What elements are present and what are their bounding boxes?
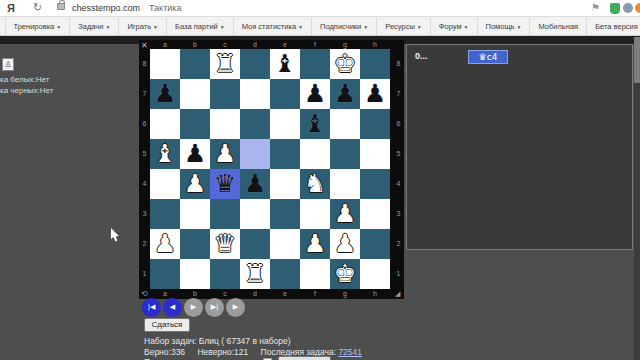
menu-item-4[interactable]: База партий▼	[167, 18, 234, 35]
file-label-a-bottom: a	[150, 290, 180, 297]
square-h7[interactable]: ♟	[360, 79, 390, 109]
piece-white-rook: ♜	[240, 259, 270, 289]
square-e2[interactable]	[270, 229, 300, 259]
piece-white-pawn: ♟	[210, 139, 240, 169]
square-g8[interactable]: ♚	[330, 49, 360, 79]
square-g6[interactable]	[330, 109, 360, 139]
square-h3[interactable]	[360, 199, 390, 229]
chevron-down-icon: ▼	[298, 24, 303, 30]
rank-label-6-right: 6	[394, 120, 403, 127]
piece-black-king: ♚	[330, 49, 360, 79]
menu-item-7[interactable]: Ресурсы▼	[377, 18, 431, 35]
square-a3[interactable]	[150, 199, 180, 229]
chevron-down-icon: ▼	[464, 24, 469, 30]
menu-item-6[interactable]: Подписчики▼	[312, 18, 377, 35]
file-label-g-bottom: g	[330, 290, 360, 297]
menu-item-8[interactable]: Форум▼	[431, 18, 478, 35]
move-square-text: c4	[487, 52, 498, 62]
square-b1[interactable]	[180, 259, 210, 289]
clear-session-button[interactable]: Очистить	[278, 356, 331, 360]
chevron-down-icon: ▼	[363, 24, 368, 30]
square-d2[interactable]	[240, 229, 270, 259]
square-e8[interactable]: ♝	[270, 49, 300, 79]
square-d1[interactable]: ♜	[240, 259, 270, 289]
square-h2[interactable]	[360, 229, 390, 259]
square-f4[interactable]: ♞	[300, 169, 330, 199]
square-a4[interactable]	[150, 169, 180, 199]
piece-white-king: ♚	[330, 259, 360, 289]
move-list-panel: 0... ♛c4	[406, 44, 633, 250]
rank-label-8-left: 8	[140, 60, 149, 67]
rank-label-4-left: 4	[140, 180, 149, 187]
chess-board: ✕ ⟲ ◢ ♜♝♚♟♟♟♟♝♝♟♟♟♛♟♞♟♟♛♟♟♜♚ aabbccddeef…	[139, 40, 404, 299]
square-b3[interactable]	[180, 199, 210, 229]
square-g5[interactable]	[330, 139, 360, 169]
piece-black-pawn: ♟	[300, 79, 330, 109]
nav-forward-button[interactable]: ▶	[184, 298, 203, 317]
rank-label-4-right: 4	[394, 180, 403, 187]
file-label-a-top: a	[150, 41, 180, 48]
square-e4[interactable]	[270, 169, 300, 199]
square-f1[interactable]	[300, 259, 330, 289]
site-menu-bar: внуюТренировка▼Задачи▼Играть▼База партий…	[0, 17, 640, 36]
square-g1[interactable]: ♚	[330, 259, 360, 289]
session-view-line: Посмотреть задачи в сессии Очистить	[144, 356, 331, 360]
last-problem-link[interactable]: 72541	[338, 347, 362, 357]
square-a6[interactable]	[150, 109, 180, 139]
move-number-label: 0...	[415, 51, 428, 61]
address-bar-page-title[interactable]: Тактика	[149, 3, 181, 13]
rank-label-3-left: 3	[140, 210, 149, 217]
castling-white-label: ка белых:Нет	[0, 75, 49, 84]
chevron-down-icon: ▼	[220, 24, 225, 30]
address-bar-host[interactable]: chesstempo.com	[72, 3, 140, 13]
piece-white-rook: ♜	[210, 49, 240, 79]
menu-item-10[interactable]: Мобильная	[530, 18, 587, 35]
square-c5[interactable]: ♟	[210, 139, 240, 169]
castling-black-label: ка черных:Нет	[0, 86, 53, 95]
square-h4[interactable]	[360, 169, 390, 199]
piece-black-pawn: ♟	[330, 79, 360, 109]
rank-label-5-left: 5	[140, 150, 149, 157]
file-label-f-bottom: f	[300, 290, 330, 297]
square-c7[interactable]	[210, 79, 240, 109]
square-d7[interactable]	[240, 79, 270, 109]
menu-item-11[interactable]: Бета версия	[587, 18, 640, 35]
square-a2[interactable]: ♟	[150, 229, 180, 259]
piece-white-bishop: ♝	[150, 139, 180, 169]
close-board-icon[interactable]: ✕	[141, 41, 148, 50]
rank-label-1-right: 1	[394, 270, 403, 277]
square-d8[interactable]	[240, 49, 270, 79]
piece-black-pawn: ♟	[180, 139, 210, 169]
file-label-e-bottom: e	[270, 290, 300, 297]
piece-black-pawn: ♟	[240, 169, 270, 199]
shield-icon[interactable]	[610, 3, 620, 14]
square-a7[interactable]: ♟	[150, 79, 180, 109]
file-label-c-top: c	[210, 41, 240, 48]
square-c3[interactable]	[210, 199, 240, 229]
piece-white-pawn: ♟	[180, 169, 210, 199]
rank-label-6-left: 6	[140, 120, 149, 127]
square-d3[interactable]	[240, 199, 270, 229]
file-label-g-top: g	[330, 41, 360, 48]
piece-black-bishop: ♝	[300, 109, 330, 139]
square-b8[interactable]	[180, 49, 210, 79]
file-label-h-top: h	[360, 41, 390, 48]
rank-label-7-right: 7	[394, 90, 403, 97]
square-c2[interactable]: ♛	[210, 229, 240, 259]
file-label-c-bottom: c	[210, 290, 240, 297]
chevron-down-icon: ▼	[517, 24, 522, 30]
menu-item-1[interactable]: Тренировка▼	[6, 18, 71, 35]
resign-button[interactable]: Сдаться	[144, 318, 190, 332]
square-e5[interactable]	[270, 139, 300, 169]
file-label-b-top: b	[180, 41, 210, 48]
piece-black-pawn: ♟	[150, 79, 180, 109]
square-c6[interactable]	[210, 109, 240, 139]
browser-bar: Я ↻ chesstempo.com Тактика ⚑	[0, 0, 640, 17]
flip-board-icon[interactable]: ⟲	[141, 289, 148, 298]
nav-play-button[interactable]: ▶	[226, 298, 245, 317]
square-h5[interactable]	[360, 139, 390, 169]
piece-white-knight: ♞	[300, 169, 330, 199]
square-f6[interactable]: ♝	[300, 109, 330, 139]
square-e1[interactable]	[270, 259, 300, 289]
square-g4[interactable]	[330, 169, 360, 199]
file-label-f-top: f	[300, 41, 330, 48]
square-e7[interactable]	[270, 79, 300, 109]
piece-black-queen: ♛	[210, 169, 240, 199]
rank-label-2-left: 2	[140, 240, 149, 247]
chevron-down-icon: ▼	[153, 24, 158, 30]
panel-icon: ♙	[2, 58, 14, 71]
menu-item-5[interactable]: Моя статистика▼	[234, 18, 312, 35]
yandex-logo[interactable]: Я	[7, 2, 15, 14]
square-e6[interactable]	[270, 109, 300, 139]
nav-last-button[interactable]: ▶|	[205, 298, 224, 317]
rank-label-2-right: 2	[394, 240, 403, 247]
file-label-e-top: e	[270, 41, 300, 48]
chevron-down-icon: ▼	[56, 24, 61, 30]
square-c1[interactable]	[210, 259, 240, 289]
problem-set-line: Набор задач: Блиц ( 67347 в наборе)	[144, 336, 291, 346]
square-f7[interactable]: ♟	[300, 79, 330, 109]
square-g3[interactable]: ♟	[330, 199, 360, 229]
rank-label-7-left: 7	[140, 90, 149, 97]
lock-icon	[57, 3, 65, 10]
square-a1[interactable]	[150, 259, 180, 289]
page-scrollbar[interactable]	[634, 37, 640, 360]
piece-white-pawn: ♟	[150, 229, 180, 259]
rank-label-8-right: 8	[394, 60, 403, 67]
rank-label-5-right: 5	[394, 150, 403, 157]
refresh-icon[interactable]: ↻	[33, 1, 42, 14]
square-e3[interactable]	[270, 199, 300, 229]
square-g2[interactable]: ♟	[330, 229, 360, 259]
menu-item-3[interactable]: Играть▼	[119, 18, 167, 35]
square-a5[interactable]: ♝	[150, 139, 180, 169]
piece-white-pawn: ♟	[330, 229, 360, 259]
nav-first-button[interactable]: |◀	[142, 298, 161, 317]
square-b4[interactable]: ♟	[180, 169, 210, 199]
move-cell-qc4[interactable]: ♛c4	[468, 50, 508, 64]
profile-icon[interactable]	[635, 3, 640, 13]
extension-icon[interactable]	[623, 3, 633, 13]
black-queen-figurine: ♛	[479, 52, 487, 62]
square-c4[interactable]: ♛	[210, 169, 240, 199]
bookmark-flag-icon[interactable]: ⚑	[591, 2, 600, 13]
square-d5[interactable]	[240, 139, 270, 169]
piece-black-pawn: ♟	[360, 79, 390, 109]
board-resize-handle[interactable]: ◢	[395, 290, 400, 298]
board-squares: ♜♝♚♟♟♟♟♝♝♟♟♟♛♟♞♟♟♛♟♟♜♚	[150, 49, 390, 289]
square-c8[interactable]: ♜	[210, 49, 240, 79]
chevron-down-icon: ▼	[417, 24, 422, 30]
mouse-cursor	[111, 228, 120, 242]
nav-back-button[interactable]: ◀	[163, 298, 182, 317]
menu-item-2[interactable]: Задачи▼	[70, 18, 119, 35]
piece-white-pawn: ♟	[300, 229, 330, 259]
square-b7[interactable]	[180, 79, 210, 109]
square-f8[interactable]	[300, 49, 330, 79]
square-d6[interactable]	[240, 109, 270, 139]
chevron-down-icon: ▼	[105, 24, 110, 30]
square-f3[interactable]	[300, 199, 330, 229]
square-a8[interactable]	[150, 49, 180, 79]
square-b2[interactable]	[180, 229, 210, 259]
piece-white-pawn: ♟	[330, 199, 360, 229]
file-label-b-bottom: b	[180, 290, 210, 297]
square-f2[interactable]: ♟	[300, 229, 330, 259]
square-f5[interactable]	[300, 139, 330, 169]
scrollbar-thumb[interactable]	[634, 37, 640, 83]
file-label-h-bottom: h	[360, 290, 390, 297]
rank-label-1-left: 1	[140, 270, 149, 277]
square-d4[interactable]: ♟	[240, 169, 270, 199]
piece-black-bishop: ♝	[270, 49, 300, 79]
square-h1[interactable]	[360, 259, 390, 289]
file-label-d-bottom: d	[240, 290, 270, 297]
square-h6[interactable]	[360, 109, 390, 139]
square-h8[interactable]	[360, 49, 390, 79]
square-b6[interactable]	[180, 109, 210, 139]
menu-item-9[interactable]: Помощь▼	[478, 18, 531, 35]
square-b5[interactable]: ♟	[180, 139, 210, 169]
square-g7[interactable]: ♟	[330, 79, 360, 109]
piece-white-queen: ♛	[210, 229, 240, 259]
rank-label-3-right: 3	[394, 210, 403, 217]
file-label-d-top: d	[240, 41, 270, 48]
